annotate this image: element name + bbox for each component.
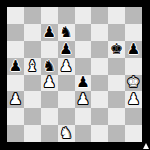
square-e1[interactable] (75, 125, 92, 142)
square-c1[interactable] (41, 125, 58, 142)
square-h4[interactable]: ♚︎ (125, 75, 142, 92)
square-g6[interactable]: ♚︎ (108, 41, 125, 58)
white-knight-piece[interactable]: ♞︎ (59, 126, 72, 141)
square-a4[interactable] (7, 75, 24, 92)
square-g3[interactable] (108, 91, 125, 108)
square-g4[interactable] (108, 75, 125, 92)
square-a8[interactable] (7, 7, 24, 24)
square-a5[interactable]: ♟︎ (7, 58, 24, 75)
square-c2[interactable] (41, 108, 58, 125)
white-bishop-piece[interactable]: ♝︎ (26, 59, 39, 74)
square-h3[interactable]: ♟︎ (125, 91, 142, 108)
square-g7[interactable] (108, 24, 125, 41)
black-king-piece[interactable]: ♚︎ (110, 42, 123, 57)
square-c3[interactable] (41, 91, 58, 108)
black-pawn-piece[interactable]: ♟︎ (127, 42, 140, 57)
square-h7[interactable] (125, 24, 142, 41)
square-b7[interactable] (24, 24, 41, 41)
black-pawn-piece[interactable]: ♟︎ (9, 59, 22, 74)
square-b3[interactable] (24, 91, 41, 108)
square-b6[interactable] (24, 41, 41, 58)
square-f8[interactable] (91, 7, 108, 24)
white-pawn-piece[interactable]: ♟︎ (59, 59, 72, 74)
square-b8[interactable] (24, 7, 41, 24)
square-g8[interactable] (108, 7, 125, 24)
black-pawn-piece[interactable]: ♟︎ (76, 75, 89, 90)
square-d3[interactable] (58, 91, 75, 108)
square-g5[interactable] (108, 58, 125, 75)
square-c7[interactable]: ♟︎ (41, 24, 58, 41)
square-f4[interactable] (91, 75, 108, 92)
white-king-piece[interactable]: ♚︎ (127, 75, 140, 90)
square-h1[interactable] (125, 125, 142, 142)
square-e3[interactable]: ♟︎ (75, 91, 92, 108)
board-frame: ♟︎♞︎♟︎♚︎♟︎♟︎♝︎♞︎♟︎♟︎♟︎♚︎♟︎♟︎♟︎♞︎ (0, 0, 150, 150)
white-pawn-piece[interactable]: ♟︎ (42, 75, 55, 90)
square-e4[interactable]: ♟︎ (75, 75, 92, 92)
square-g2[interactable] (108, 108, 125, 125)
square-a1[interactable] (7, 125, 24, 142)
square-e7[interactable] (75, 24, 92, 41)
square-b5[interactable]: ♝︎ (24, 58, 41, 75)
square-d4[interactable] (58, 75, 75, 92)
square-f6[interactable] (91, 41, 108, 58)
square-d5[interactable]: ♟︎ (58, 58, 75, 75)
square-c6[interactable] (41, 41, 58, 58)
square-b2[interactable] (24, 108, 41, 125)
square-a6[interactable] (7, 41, 24, 58)
square-f1[interactable] (91, 125, 108, 142)
square-b4[interactable] (24, 75, 41, 92)
black-knight-piece[interactable]: ♞︎ (42, 59, 55, 74)
square-a3[interactable]: ♟︎ (7, 91, 24, 108)
square-h6[interactable]: ♟︎ (125, 41, 142, 58)
black-pawn-piece[interactable]: ♟︎ (42, 25, 55, 40)
chess-board: ♟︎♞︎♟︎♚︎♟︎♟︎♝︎♞︎♟︎♟︎♟︎♚︎♟︎♟︎♟︎♞︎ (7, 7, 142, 142)
square-f7[interactable] (91, 24, 108, 41)
square-f2[interactable] (91, 108, 108, 125)
square-a7[interactable] (7, 24, 24, 41)
square-h8[interactable] (125, 7, 142, 24)
square-e8[interactable] (75, 7, 92, 24)
square-c5[interactable]: ♞︎ (41, 58, 58, 75)
square-d7[interactable]: ♞︎ (58, 24, 75, 41)
white-pawn-piece[interactable]: ♟︎ (76, 92, 89, 107)
square-e2[interactable] (75, 108, 92, 125)
square-d6[interactable]: ♟︎ (58, 41, 75, 58)
square-g1[interactable] (108, 125, 125, 142)
square-c8[interactable] (41, 7, 58, 24)
square-e6[interactable] (75, 41, 92, 58)
square-e5[interactable] (75, 58, 92, 75)
square-c4[interactable]: ♟︎ (41, 75, 58, 92)
square-h2[interactable] (125, 108, 142, 125)
square-a2[interactable] (7, 108, 24, 125)
white-pawn-piece[interactable]: ♟︎ (127, 92, 140, 107)
square-d1[interactable]: ♞︎ (58, 125, 75, 142)
square-h5[interactable] (125, 58, 142, 75)
square-d8[interactable] (58, 7, 75, 24)
white-pawn-piece[interactable]: ♟︎ (9, 92, 22, 107)
black-pawn-piece[interactable]: ♟︎ (59, 42, 72, 57)
square-d2[interactable] (58, 108, 75, 125)
square-f5[interactable] (91, 58, 108, 75)
square-f3[interactable] (91, 91, 108, 108)
white-to-move-indicator (143, 143, 149, 149)
square-b1[interactable] (24, 125, 41, 142)
black-knight-piece[interactable]: ♞︎ (59, 25, 72, 40)
